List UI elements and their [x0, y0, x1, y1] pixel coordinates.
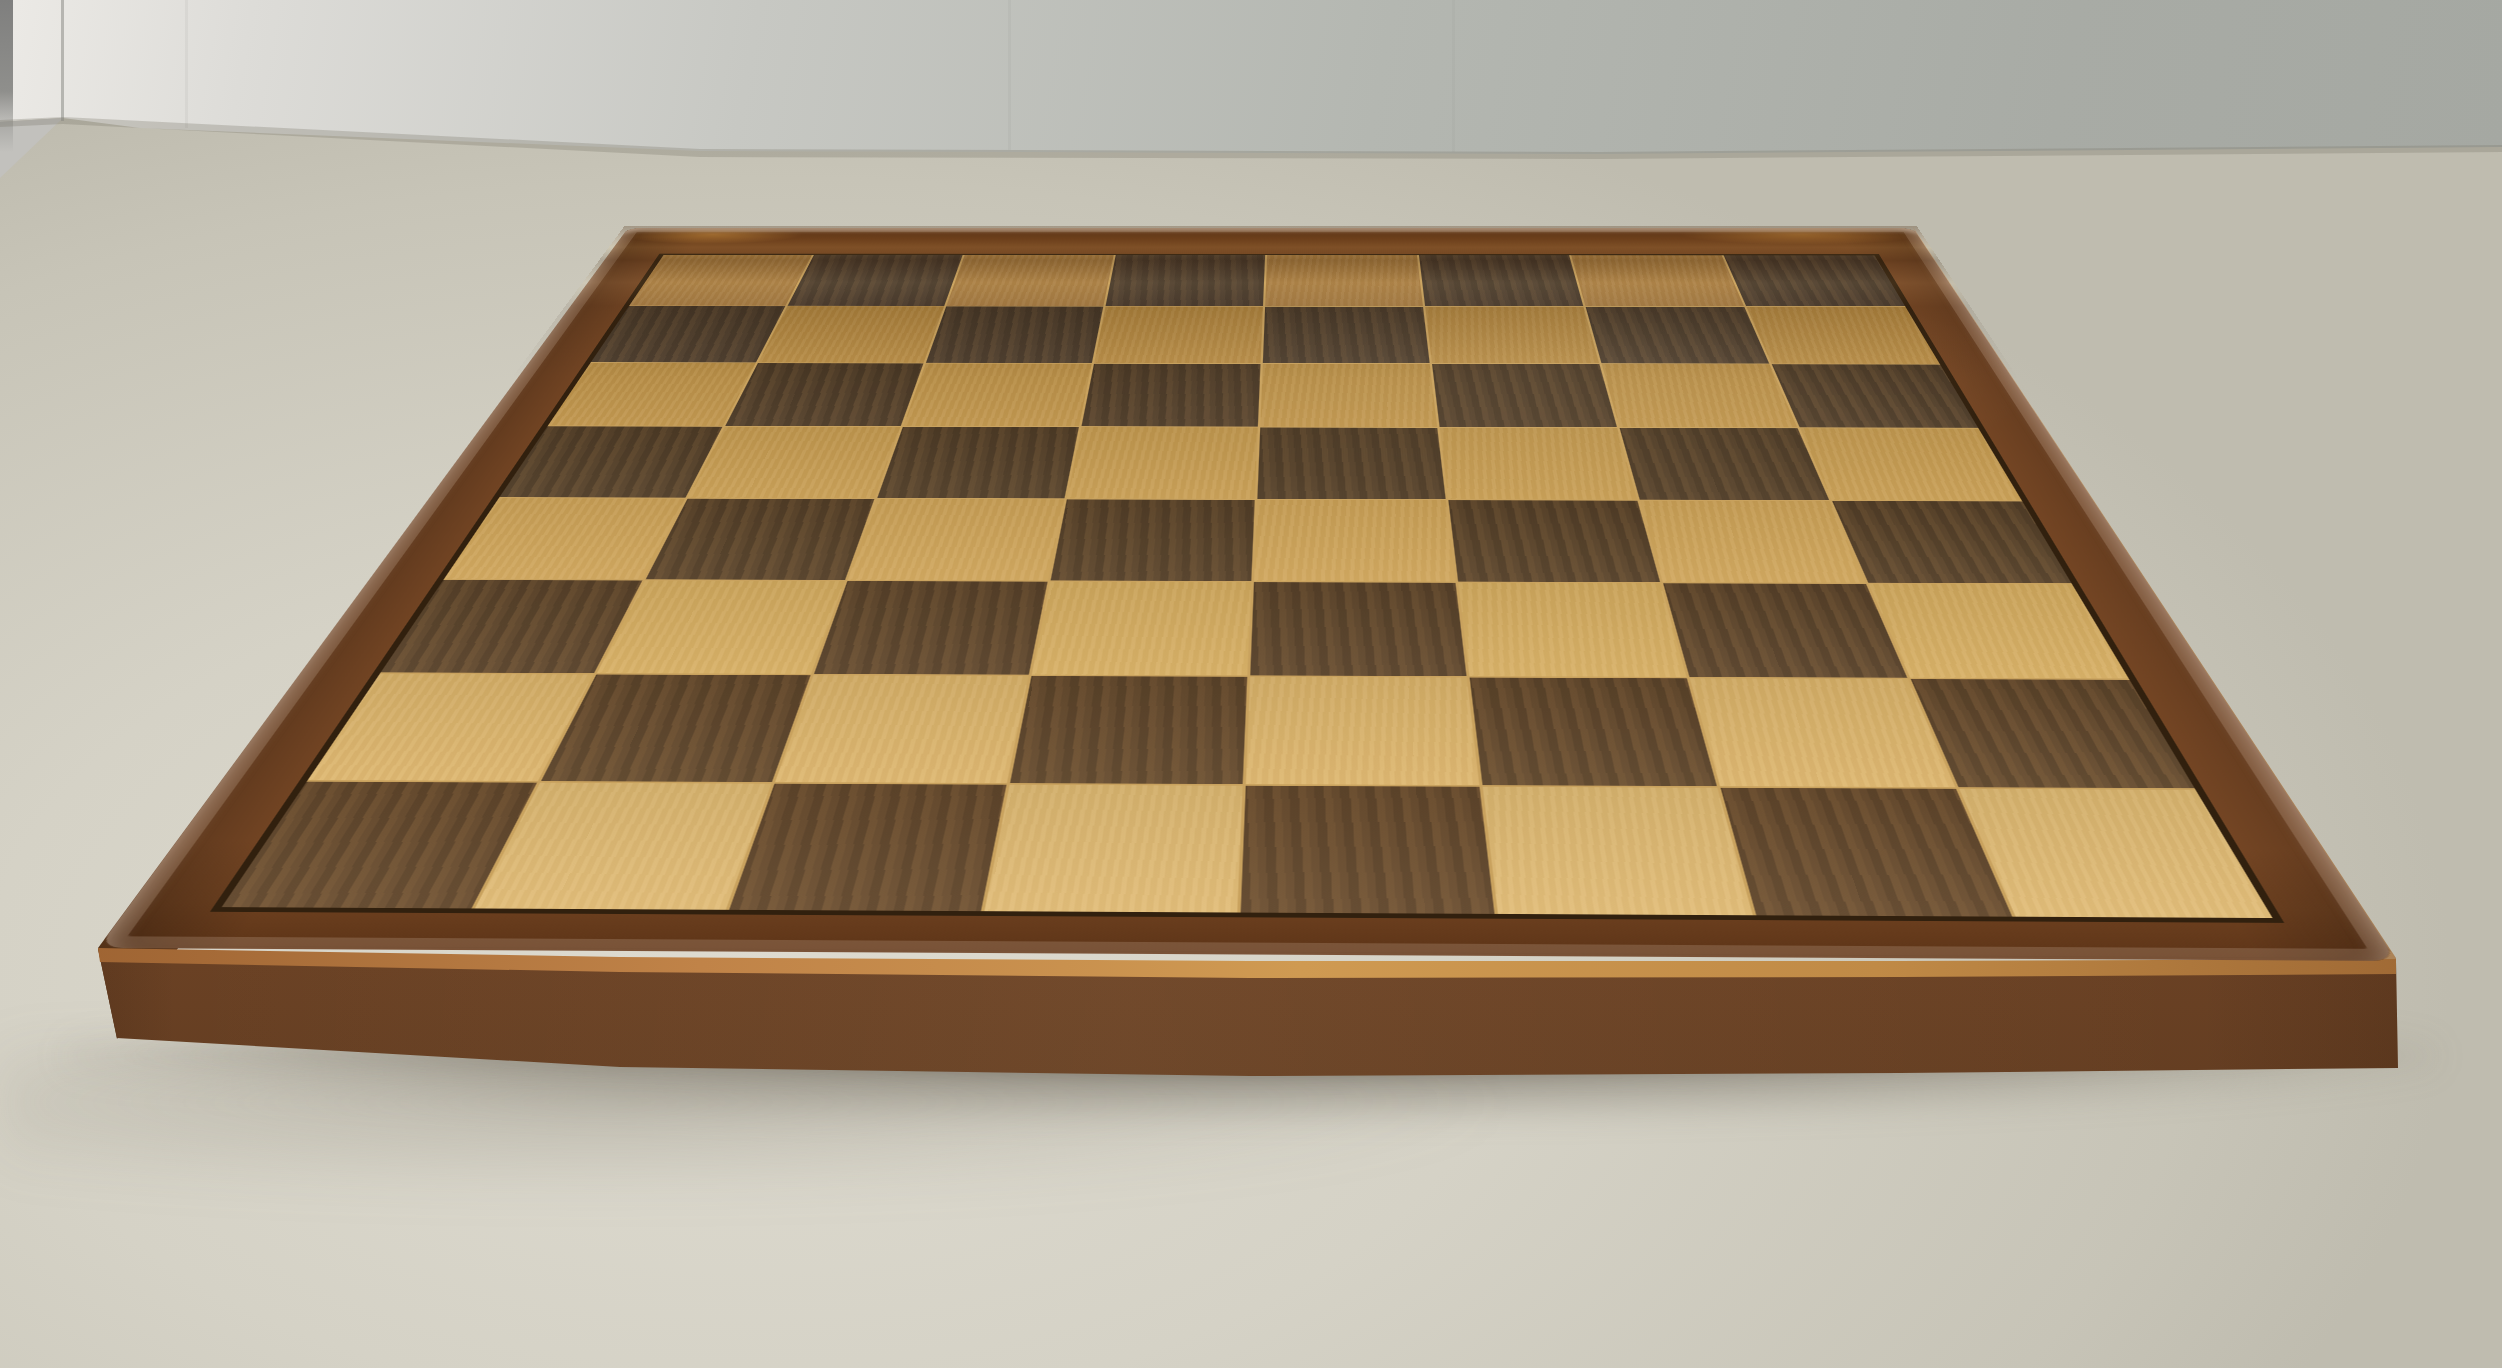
square-f2 [1470, 677, 1717, 786]
backdrop-edge-strip [0, 0, 13, 152]
wall-crease [1452, 0, 1455, 152]
square-a7 [591, 306, 785, 362]
square-c2 [775, 675, 1029, 783]
square-d5 [1067, 427, 1258, 498]
square-b4 [646, 499, 875, 580]
square-e8 [1265, 255, 1423, 306]
square-f1 [1483, 787, 1753, 915]
square-e4 [1254, 500, 1455, 582]
square-f4 [1448, 500, 1660, 582]
square-h6 [1772, 364, 1978, 428]
square-h7 [1746, 307, 1939, 364]
square-d3 [1032, 581, 1251, 675]
square-e2 [1246, 676, 1480, 785]
square-g7 [1586, 307, 1770, 364]
square-e3 [1250, 582, 1466, 676]
square-d8 [1106, 255, 1266, 306]
square-g4 [1640, 501, 1865, 583]
square-f8 [1419, 255, 1583, 306]
square-f3 [1458, 583, 1686, 677]
square-a4 [444, 498, 685, 579]
wall-crease [1008, 0, 1011, 150]
square-e5 [1257, 428, 1445, 500]
square-c3 [814, 581, 1048, 674]
square-d2 [1010, 676, 1247, 785]
square-c5 [877, 427, 1079, 498]
square-f7 [1425, 307, 1599, 364]
square-f6 [1432, 364, 1617, 427]
square-c8 [946, 255, 1113, 305]
square-e7 [1263, 307, 1430, 363]
wall-crease [185, 0, 188, 128]
square-b7 [758, 306, 944, 362]
square-h2 [1911, 679, 2195, 789]
square-d1 [984, 785, 1242, 913]
square-b6 [725, 363, 923, 426]
square-b8 [788, 255, 963, 305]
square-e6 [1260, 364, 1437, 427]
square-h5 [1800, 428, 2022, 500]
square-d7 [1094, 306, 1263, 362]
square-a5 [499, 426, 722, 497]
square-h3 [1869, 584, 2129, 678]
square-h1 [1959, 789, 2272, 918]
square-g5 [1620, 428, 1829, 500]
square-f5 [1440, 428, 1637, 500]
square-h8 [1724, 255, 1905, 306]
square-c1 [729, 784, 1006, 911]
square-d4 [1051, 499, 1255, 580]
square-g3 [1663, 583, 1907, 677]
square-a6 [548, 363, 756, 426]
square-g8 [1571, 255, 1744, 306]
square-b5 [688, 427, 900, 498]
square-h4 [1832, 501, 2071, 583]
square-d6 [1081, 363, 1260, 426]
square-e1 [1241, 786, 1495, 914]
square-a8 [629, 255, 811, 305]
square-g2 [1690, 678, 1956, 787]
square-c7 [926, 306, 1103, 362]
square-c4 [848, 499, 1064, 580]
backdrop-corner-line [61, 0, 64, 121]
square-g6 [1602, 364, 1798, 428]
square-c6 [903, 363, 1092, 426]
